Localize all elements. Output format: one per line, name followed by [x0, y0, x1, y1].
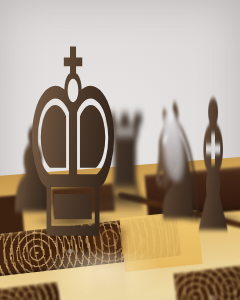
dark-bishop: ♝: [182, 79, 240, 260]
chess-photo-scene: ♜ ♞ ♟ ♝ ♚: [0, 0, 240, 300]
dark-king: ♚: [14, 18, 132, 277]
